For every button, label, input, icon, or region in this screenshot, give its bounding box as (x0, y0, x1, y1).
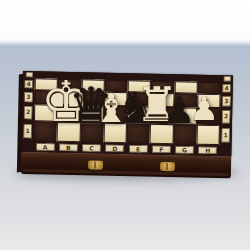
square-h1 (196, 125, 220, 145)
rank-label-right-3-tile: 3 (222, 96, 230, 106)
letter-row-corner-left (21, 141, 33, 152)
file-label-h: H (196, 145, 219, 156)
top-corner-tile-right (223, 76, 230, 81)
rank-label-left-3-tile: 3 (24, 92, 32, 102)
file-label-c-tile: C (82, 144, 100, 152)
rank-label-right-1: 1 (219, 125, 231, 145)
rank-label-right-1-tile: 1 (222, 128, 230, 143)
rank-label-left-3: 3 (22, 90, 34, 104)
file-label-h-tile: H (199, 146, 217, 154)
file-label-g-tile: G (175, 146, 193, 154)
rank-label-left-1: 1 (22, 121, 34, 141)
file-label-a-tile: A (36, 143, 54, 151)
file-label-d: D (103, 143, 126, 154)
rank-label-left-1-tile: 1 (24, 124, 32, 139)
file-label-b: B (57, 142, 80, 153)
file-label-e-tile: E (129, 145, 147, 153)
file-label-c: C (80, 142, 103, 153)
brass-clasp-left (88, 160, 103, 169)
top-corner-tile-left (25, 72, 32, 77)
rank-label-left-2-tile: 2 (24, 106, 32, 118)
brass-clasp-right (160, 162, 175, 171)
file-label-f: F (150, 144, 173, 155)
file-label-e: E (126, 143, 149, 154)
photo-of-chess-box: chess 44332211ABCDEFGH ♚♛♝♞♜♟♟ (0, 0, 250, 250)
rank-label-right-4-tile: 4 (223, 84, 231, 93)
box-front-face (21, 152, 231, 178)
game-label: chess (0, 0, 1, 1)
letter-row-corner-right (219, 145, 231, 156)
rank-label-left-2: 2 (22, 104, 34, 121)
rank-label-right-2: 2 (220, 108, 232, 125)
white-pawn-on-h3: ♟ (189, 92, 219, 125)
rank-label-right-3: 3 (220, 94, 232, 108)
file-label-g: G (173, 144, 196, 155)
rank-label-left-4: 4 (23, 78, 35, 90)
rank-label-right-2-tile: 2 (222, 111, 230, 123)
file-label-f-tile: F (152, 145, 170, 153)
file-label-b-tile: B (59, 143, 77, 151)
rank-label-left-4-tile: 4 (25, 80, 33, 89)
rank-label-right-4: 4 (221, 82, 233, 94)
file-label-d-tile: D (106, 144, 124, 152)
file-label-a: A (33, 141, 56, 152)
